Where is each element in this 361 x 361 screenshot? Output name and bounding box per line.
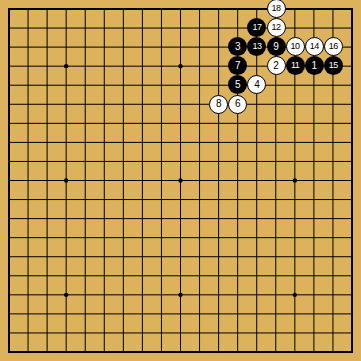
intersection-P19: 18 bbox=[266, 0, 285, 18]
intersection-Q16: 11 bbox=[286, 56, 305, 75]
stone-white-14: 14 bbox=[305, 37, 324, 56]
intersection-P18: 12 bbox=[266, 18, 285, 37]
stone-white-8: 8 bbox=[209, 95, 228, 114]
stone-white-12: 12 bbox=[267, 18, 286, 37]
intersection-N15: 5 bbox=[228, 75, 247, 94]
intersection-P16: 2 bbox=[266, 56, 285, 75]
intersection-Q17: 10 bbox=[286, 37, 305, 56]
stone-black-17: 17 bbox=[247, 18, 266, 37]
stone-white-6: 6 bbox=[228, 95, 247, 114]
intersection-R17: 14 bbox=[305, 37, 324, 56]
go-board: 123456789101112131415161718 bbox=[0, 0, 361, 361]
stone-white-4: 4 bbox=[247, 75, 266, 94]
intersection-N16: 7 bbox=[228, 56, 247, 75]
stone-black-5: 5 bbox=[228, 75, 247, 94]
intersection-M14: 8 bbox=[209, 95, 228, 114]
stone-black-9: 9 bbox=[267, 37, 286, 56]
intersection-R16: 1 bbox=[305, 56, 324, 75]
stone-black-11: 11 bbox=[286, 56, 305, 75]
intersection-P17: 9 bbox=[266, 37, 285, 56]
intersection-O17: 13 bbox=[247, 37, 266, 56]
stone-white-16: 16 bbox=[324, 37, 343, 56]
stone-black-15: 15 bbox=[324, 56, 343, 75]
stone-white-18: 18 bbox=[267, 0, 286, 18]
intersection-O15: 4 bbox=[247, 75, 266, 94]
stone-white-10: 10 bbox=[286, 37, 305, 56]
stone-black-13: 13 bbox=[247, 37, 266, 56]
stone-black-1: 1 bbox=[305, 56, 324, 75]
stones-layer: 123456789101112131415161718 bbox=[0, 0, 361, 361]
intersection-N17: 3 bbox=[228, 37, 247, 56]
intersection-S16: 15 bbox=[324, 56, 343, 75]
stone-white-2: 2 bbox=[267, 56, 286, 75]
intersection-S17: 16 bbox=[324, 37, 343, 56]
stone-black-7: 7 bbox=[228, 56, 247, 75]
intersection-N14: 6 bbox=[228, 95, 247, 114]
intersection-O18: 17 bbox=[247, 18, 266, 37]
stone-black-3: 3 bbox=[228, 37, 247, 56]
